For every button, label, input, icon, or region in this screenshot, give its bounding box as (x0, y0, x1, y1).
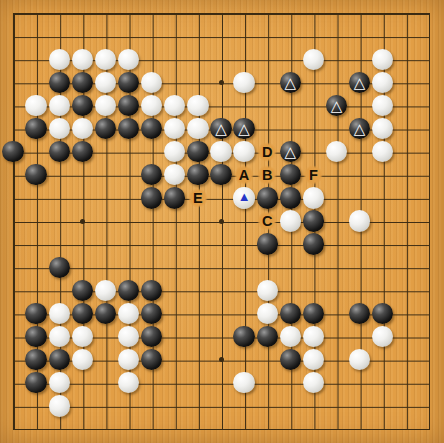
intersection-17-14[interactable] (394, 325, 417, 348)
intersection-4-0[interactable] (94, 1, 117, 24)
intersection-18-8[interactable] (417, 186, 440, 209)
intersection-4-7[interactable] (94, 163, 117, 186)
intersection-2-0[interactable] (48, 1, 71, 24)
intersection-11-12[interactable] (256, 279, 279, 302)
intersection-5-18[interactable] (117, 417, 140, 440)
intersection-10-8[interactable]: ▲ (233, 186, 256, 209)
intersection-16-18[interactable] (371, 417, 394, 440)
intersection-18-5[interactable] (417, 117, 440, 140)
intersection-6-12[interactable] (140, 279, 163, 302)
intersection-13-6[interactable] (302, 140, 325, 163)
intersection-7-5[interactable] (163, 117, 186, 140)
intersection-3-9[interactable] (71, 209, 94, 232)
intersection-0-12[interactable] (1, 279, 24, 302)
intersection-13-15[interactable] (302, 348, 325, 371)
intersection-13-5[interactable] (302, 117, 325, 140)
intersection-1-1[interactable] (25, 25, 48, 48)
intersection-7-10[interactable] (163, 233, 186, 256)
intersection-7-13[interactable] (163, 302, 186, 325)
intersection-10-10[interactable] (233, 233, 256, 256)
intersection-12-13[interactable] (279, 302, 302, 325)
intersection-14-18[interactable] (325, 417, 348, 440)
intersection-16-12[interactable] (371, 279, 394, 302)
intersection-17-18[interactable] (394, 417, 417, 440)
intersection-0-4[interactable] (1, 94, 24, 117)
intersection-12-4[interactable] (279, 94, 302, 117)
intersection-17-11[interactable] (394, 256, 417, 279)
intersection-15-17[interactable] (348, 394, 371, 417)
intersection-16-3[interactable] (371, 71, 394, 94)
intersection-8-17[interactable] (186, 394, 209, 417)
intersection-5-0[interactable] (117, 1, 140, 24)
intersection-12-3[interactable]: △ (279, 71, 302, 94)
intersection-18-9[interactable] (417, 209, 440, 232)
intersection-12-17[interactable] (279, 394, 302, 417)
intersection-9-15[interactable] (209, 348, 232, 371)
intersection-6-5[interactable] (140, 117, 163, 140)
intersection-14-2[interactable] (325, 48, 348, 71)
intersection-16-10[interactable] (371, 233, 394, 256)
intersection-8-16[interactable] (186, 371, 209, 394)
intersection-10-16[interactable] (233, 371, 256, 394)
intersection-10-2[interactable] (233, 48, 256, 71)
intersection-7-16[interactable] (163, 371, 186, 394)
intersection-3-15[interactable] (71, 348, 94, 371)
intersection-1-4[interactable] (25, 94, 48, 117)
intersection-13-2[interactable] (302, 48, 325, 71)
intersection-4-18[interactable] (94, 417, 117, 440)
intersection-1-9[interactable] (25, 209, 48, 232)
intersection-3-13[interactable] (71, 302, 94, 325)
intersection-11-17[interactable] (256, 394, 279, 417)
intersection-5-11[interactable] (117, 256, 140, 279)
intersection-7-7[interactable] (163, 163, 186, 186)
intersection-6-9[interactable] (140, 209, 163, 232)
intersection-0-14[interactable] (1, 325, 24, 348)
intersection-18-1[interactable] (417, 25, 440, 48)
intersection-17-8[interactable] (394, 186, 417, 209)
intersection-6-14[interactable] (140, 325, 163, 348)
intersection-9-2[interactable] (209, 48, 232, 71)
intersection-0-3[interactable] (1, 71, 24, 94)
intersection-16-17[interactable] (371, 394, 394, 417)
intersection-8-12[interactable] (186, 279, 209, 302)
intersection-14-11[interactable] (325, 256, 348, 279)
intersection-9-9[interactable] (209, 209, 232, 232)
intersection-16-8[interactable] (371, 186, 394, 209)
intersection-10-5[interactable]: △ (233, 117, 256, 140)
intersection-12-9[interactable] (279, 209, 302, 232)
intersection-5-6[interactable] (117, 140, 140, 163)
intersection-3-11[interactable] (71, 256, 94, 279)
intersection-5-14[interactable] (117, 325, 140, 348)
intersection-16-0[interactable] (371, 1, 394, 24)
intersection-0-1[interactable] (1, 25, 24, 48)
intersection-8-18[interactable] (186, 417, 209, 440)
intersection-14-6[interactable] (325, 140, 348, 163)
intersection-5-10[interactable] (117, 233, 140, 256)
intersection-12-7[interactable] (279, 163, 302, 186)
intersection-4-9[interactable] (94, 209, 117, 232)
intersection-9-13[interactable] (209, 302, 232, 325)
intersection-4-15[interactable] (94, 348, 117, 371)
intersection-11-18[interactable] (256, 417, 279, 440)
intersection-5-16[interactable] (117, 371, 140, 394)
intersection-11-16[interactable] (256, 371, 279, 394)
intersection-17-12[interactable] (394, 279, 417, 302)
intersection-3-0[interactable] (71, 1, 94, 24)
intersection-18-15[interactable] (417, 348, 440, 371)
intersection-15-0[interactable] (348, 1, 371, 24)
intersection-0-15[interactable] (1, 348, 24, 371)
intersection-2-11[interactable] (48, 256, 71, 279)
intersection-16-5[interactable] (371, 117, 394, 140)
intersection-14-15[interactable] (325, 348, 348, 371)
intersection-3-3[interactable] (71, 71, 94, 94)
intersection-5-8[interactable] (117, 186, 140, 209)
intersection-18-14[interactable] (417, 325, 440, 348)
intersection-6-7[interactable] (140, 163, 163, 186)
intersection-14-13[interactable] (325, 302, 348, 325)
intersection-13-7[interactable]: F (302, 163, 325, 186)
intersection-9-11[interactable] (209, 256, 232, 279)
intersection-7-17[interactable] (163, 394, 186, 417)
intersection-11-3[interactable] (256, 71, 279, 94)
intersection-18-10[interactable] (417, 233, 440, 256)
intersection-10-13[interactable] (233, 302, 256, 325)
intersection-0-8[interactable] (1, 186, 24, 209)
intersection-10-4[interactable] (233, 94, 256, 117)
intersection-15-6[interactable] (348, 140, 371, 163)
intersection-8-10[interactable] (186, 233, 209, 256)
intersection-2-10[interactable] (48, 233, 71, 256)
intersection-8-3[interactable] (186, 71, 209, 94)
intersection-14-10[interactable] (325, 233, 348, 256)
intersection-8-13[interactable] (186, 302, 209, 325)
intersection-3-14[interactable] (71, 325, 94, 348)
intersection-5-12[interactable] (117, 279, 140, 302)
intersection-9-12[interactable] (209, 279, 232, 302)
intersection-2-14[interactable] (48, 325, 71, 348)
intersection-13-10[interactable] (302, 233, 325, 256)
intersection-14-17[interactable] (325, 394, 348, 417)
intersection-14-3[interactable] (325, 71, 348, 94)
intersection-16-11[interactable] (371, 256, 394, 279)
intersection-4-16[interactable] (94, 371, 117, 394)
intersection-7-6[interactable] (163, 140, 186, 163)
intersection-4-2[interactable] (94, 48, 117, 71)
intersection-13-0[interactable] (302, 1, 325, 24)
intersection-16-6[interactable] (371, 140, 394, 163)
intersection-11-9[interactable]: C (256, 209, 279, 232)
intersection-6-11[interactable] (140, 256, 163, 279)
intersection-1-5[interactable] (25, 117, 48, 140)
intersection-18-0[interactable] (417, 1, 440, 24)
intersection-7-4[interactable] (163, 94, 186, 117)
intersection-18-11[interactable] (417, 256, 440, 279)
intersection-2-15[interactable] (48, 348, 71, 371)
intersection-6-4[interactable] (140, 94, 163, 117)
intersection-4-14[interactable] (94, 325, 117, 348)
intersection-7-15[interactable] (163, 348, 186, 371)
intersection-4-4[interactable] (94, 94, 117, 117)
intersection-8-2[interactable] (186, 48, 209, 71)
intersection-5-2[interactable] (117, 48, 140, 71)
intersection-9-17[interactable] (209, 394, 232, 417)
intersection-12-6[interactable]: △ (279, 140, 302, 163)
intersection-6-1[interactable] (140, 25, 163, 48)
intersection-2-9[interactable] (48, 209, 71, 232)
intersection-1-2[interactable] (25, 48, 48, 71)
intersection-18-7[interactable] (417, 163, 440, 186)
intersection-13-13[interactable] (302, 302, 325, 325)
intersection-17-1[interactable] (394, 25, 417, 48)
intersection-6-0[interactable] (140, 1, 163, 24)
intersection-9-10[interactable] (209, 233, 232, 256)
intersection-10-14[interactable] (233, 325, 256, 348)
intersection-4-12[interactable] (94, 279, 117, 302)
intersection-12-12[interactable] (279, 279, 302, 302)
intersection-9-0[interactable] (209, 1, 232, 24)
intersection-18-16[interactable] (417, 371, 440, 394)
intersection-2-1[interactable] (48, 25, 71, 48)
intersection-10-17[interactable] (233, 394, 256, 417)
intersection-15-9[interactable] (348, 209, 371, 232)
intersection-16-7[interactable] (371, 163, 394, 186)
intersection-4-5[interactable] (94, 117, 117, 140)
intersection-8-8[interactable]: E (186, 186, 209, 209)
intersection-11-11[interactable] (256, 256, 279, 279)
intersection-17-0[interactable] (394, 1, 417, 24)
intersection-7-14[interactable] (163, 325, 186, 348)
intersection-15-7[interactable] (348, 163, 371, 186)
intersection-16-1[interactable] (371, 25, 394, 48)
intersection-5-17[interactable] (117, 394, 140, 417)
intersection-15-15[interactable] (348, 348, 371, 371)
intersection-2-17[interactable] (48, 394, 71, 417)
intersection-6-16[interactable] (140, 371, 163, 394)
intersection-3-2[interactable] (71, 48, 94, 71)
intersection-6-2[interactable] (140, 48, 163, 71)
intersection-5-4[interactable] (117, 94, 140, 117)
intersection-10-11[interactable] (233, 256, 256, 279)
intersection-1-8[interactable] (25, 186, 48, 209)
intersection-1-11[interactable] (25, 256, 48, 279)
intersection-2-2[interactable] (48, 48, 71, 71)
intersection-15-14[interactable] (348, 325, 371, 348)
intersection-18-4[interactable] (417, 94, 440, 117)
intersection-3-12[interactable] (71, 279, 94, 302)
intersection-11-6[interactable]: D (256, 140, 279, 163)
intersection-10-18[interactable] (233, 417, 256, 440)
intersection-0-10[interactable] (1, 233, 24, 256)
intersection-3-7[interactable] (71, 163, 94, 186)
intersection-4-11[interactable] (94, 256, 117, 279)
intersection-14-16[interactable] (325, 371, 348, 394)
intersection-0-17[interactable] (1, 394, 24, 417)
intersection-11-10[interactable] (256, 233, 279, 256)
intersection-16-14[interactable] (371, 325, 394, 348)
intersection-0-0[interactable] (1, 1, 24, 24)
intersection-16-4[interactable] (371, 94, 394, 117)
intersection-10-15[interactable] (233, 348, 256, 371)
intersection-4-13[interactable] (94, 302, 117, 325)
intersection-8-1[interactable] (186, 25, 209, 48)
intersection-9-6[interactable] (209, 140, 232, 163)
intersection-13-9[interactable] (302, 209, 325, 232)
intersection-7-1[interactable] (163, 25, 186, 48)
intersection-0-18[interactable] (1, 417, 24, 440)
intersection-2-7[interactable] (48, 163, 71, 186)
intersection-14-1[interactable] (325, 25, 348, 48)
intersection-0-11[interactable] (1, 256, 24, 279)
intersection-5-7[interactable] (117, 163, 140, 186)
intersection-5-5[interactable] (117, 117, 140, 140)
intersection-9-8[interactable] (209, 186, 232, 209)
intersection-7-9[interactable] (163, 209, 186, 232)
intersection-6-15[interactable] (140, 348, 163, 371)
intersection-5-3[interactable] (117, 71, 140, 94)
intersection-13-12[interactable] (302, 279, 325, 302)
intersection-15-5[interactable]: △ (348, 117, 371, 140)
intersection-7-11[interactable] (163, 256, 186, 279)
intersection-11-7[interactable]: B (256, 163, 279, 186)
intersection-1-17[interactable] (25, 394, 48, 417)
intersection-2-6[interactable] (48, 140, 71, 163)
intersection-16-2[interactable] (371, 48, 394, 71)
intersection-17-2[interactable] (394, 48, 417, 71)
intersection-17-13[interactable] (394, 302, 417, 325)
intersection-1-16[interactable] (25, 371, 48, 394)
intersection-15-8[interactable] (348, 186, 371, 209)
intersection-17-9[interactable] (394, 209, 417, 232)
intersection-16-15[interactable] (371, 348, 394, 371)
intersection-9-3[interactable] (209, 71, 232, 94)
intersection-9-18[interactable] (209, 417, 232, 440)
intersection-11-8[interactable] (256, 186, 279, 209)
intersection-11-13[interactable] (256, 302, 279, 325)
intersection-14-9[interactable] (325, 209, 348, 232)
intersection-5-13[interactable] (117, 302, 140, 325)
intersection-13-14[interactable] (302, 325, 325, 348)
intersection-2-4[interactable] (48, 94, 71, 117)
intersection-12-1[interactable] (279, 25, 302, 48)
intersection-6-18[interactable] (140, 417, 163, 440)
intersection-18-3[interactable] (417, 71, 440, 94)
intersection-16-16[interactable] (371, 371, 394, 394)
intersection-2-16[interactable] (48, 371, 71, 394)
intersection-17-15[interactable] (394, 348, 417, 371)
intersection-9-1[interactable] (209, 25, 232, 48)
intersection-7-18[interactable] (163, 417, 186, 440)
intersection-15-1[interactable] (348, 25, 371, 48)
intersection-3-6[interactable] (71, 140, 94, 163)
intersection-14-0[interactable] (325, 1, 348, 24)
intersection-7-3[interactable] (163, 71, 186, 94)
intersection-5-9[interactable] (117, 209, 140, 232)
intersection-3-4[interactable] (71, 94, 94, 117)
intersection-0-13[interactable] (1, 302, 24, 325)
intersection-2-13[interactable] (48, 302, 71, 325)
intersection-4-6[interactable] (94, 140, 117, 163)
intersection-11-4[interactable] (256, 94, 279, 117)
intersection-17-17[interactable] (394, 394, 417, 417)
intersection-10-12[interactable] (233, 279, 256, 302)
intersection-2-8[interactable] (48, 186, 71, 209)
intersection-12-15[interactable] (279, 348, 302, 371)
intersection-15-4[interactable] (348, 94, 371, 117)
intersection-14-4[interactable]: △ (325, 94, 348, 117)
intersection-7-0[interactable] (163, 1, 186, 24)
intersection-15-10[interactable] (348, 233, 371, 256)
intersection-8-11[interactable] (186, 256, 209, 279)
intersection-13-18[interactable] (302, 417, 325, 440)
intersection-4-1[interactable] (94, 25, 117, 48)
intersection-3-5[interactable] (71, 117, 94, 140)
intersection-13-16[interactable] (302, 371, 325, 394)
intersection-8-5[interactable] (186, 117, 209, 140)
intersection-1-12[interactable] (25, 279, 48, 302)
intersection-11-5[interactable] (256, 117, 279, 140)
intersection-1-18[interactable] (25, 417, 48, 440)
intersection-11-1[interactable] (256, 25, 279, 48)
intersection-0-5[interactable] (1, 117, 24, 140)
intersection-1-0[interactable] (25, 1, 48, 24)
intersection-10-1[interactable] (233, 25, 256, 48)
intersection-11-2[interactable] (256, 48, 279, 71)
intersection-15-13[interactable] (348, 302, 371, 325)
intersection-9-5[interactable]: △ (209, 117, 232, 140)
intersection-3-10[interactable] (71, 233, 94, 256)
intersection-15-12[interactable] (348, 279, 371, 302)
intersection-10-7[interactable]: A (233, 163, 256, 186)
intersection-6-6[interactable] (140, 140, 163, 163)
intersection-11-14[interactable] (256, 325, 279, 348)
intersection-17-5[interactable] (394, 117, 417, 140)
intersection-17-6[interactable] (394, 140, 417, 163)
intersection-8-0[interactable] (186, 1, 209, 24)
intersection-0-6[interactable] (1, 140, 24, 163)
intersection-17-3[interactable] (394, 71, 417, 94)
intersection-13-17[interactable] (302, 394, 325, 417)
intersection-3-18[interactable] (71, 417, 94, 440)
intersection-12-14[interactable] (279, 325, 302, 348)
intersection-9-7[interactable] (209, 163, 232, 186)
intersection-6-3[interactable] (140, 71, 163, 94)
intersection-18-6[interactable] (417, 140, 440, 163)
intersection-13-4[interactable] (302, 94, 325, 117)
intersection-6-13[interactable] (140, 302, 163, 325)
intersection-4-10[interactable] (94, 233, 117, 256)
intersection-10-9[interactable] (233, 209, 256, 232)
intersection-16-9[interactable] (371, 209, 394, 232)
intersection-2-3[interactable] (48, 71, 71, 94)
intersection-0-16[interactable] (1, 371, 24, 394)
intersection-8-6[interactable] (186, 140, 209, 163)
intersection-15-3[interactable]: △ (348, 71, 371, 94)
intersection-8-4[interactable] (186, 94, 209, 117)
intersection-8-15[interactable] (186, 348, 209, 371)
intersection-10-0[interactable] (233, 1, 256, 24)
intersection-16-13[interactable] (371, 302, 394, 325)
intersection-14-8[interactable] (325, 186, 348, 209)
intersection-1-15[interactable] (25, 348, 48, 371)
intersection-18-13[interactable] (417, 302, 440, 325)
intersection-1-3[interactable] (25, 71, 48, 94)
intersection-13-1[interactable] (302, 25, 325, 48)
intersection-1-13[interactable] (25, 302, 48, 325)
intersection-3-8[interactable] (71, 186, 94, 209)
